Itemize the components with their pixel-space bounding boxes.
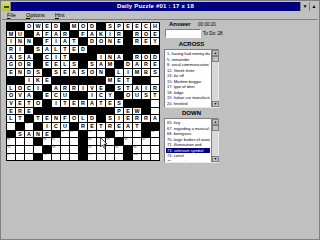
- clue-item[interactable]: 20. finished: [166, 101, 210, 107]
- grid-cell[interactable]: T: [25, 100, 33, 107]
- grid-cell[interactable]: [151, 77, 159, 84]
- grid-cell[interactable]: 87: [52, 138, 60, 145]
- grid-cell[interactable]: E: [43, 131, 51, 138]
- clue-number: 81: [70, 131, 73, 134]
- grid-cell[interactable]: S: [106, 23, 114, 30]
- grid-cell[interactable]: [25, 154, 33, 161]
- black-cell: [142, 100, 150, 107]
- grid-cell[interactable]: E: [97, 85, 105, 92]
- clue-number: 92: [7, 146, 10, 149]
- black-cell: [34, 61, 42, 68]
- grid-cell[interactable]: T: [61, 100, 69, 107]
- grid-cell[interactable]: F: [43, 38, 51, 45]
- grid-cell[interactable]: P: [115, 23, 123, 30]
- grid-cell[interactable]: R: [133, 115, 141, 122]
- grid-cell[interactable]: [25, 146, 33, 153]
- black-cell: [106, 69, 114, 76]
- black-cell: [52, 131, 60, 138]
- grid-cell[interactable]: R: [133, 38, 141, 45]
- grid-cell[interactable]: E: [124, 115, 132, 122]
- grid-cell[interactable]: A: [43, 46, 51, 53]
- grid-cell[interactable]: D: [25, 69, 33, 76]
- grid-cell[interactable]: A: [88, 100, 96, 107]
- black-cell: [142, 131, 150, 138]
- grid-cell[interactable]: 96: [133, 146, 141, 153]
- grid-cell[interactable]: I: [52, 54, 60, 61]
- grid-cell[interactable]: I: [124, 69, 132, 76]
- grid-cell[interactable]: R: [115, 31, 123, 38]
- grid-cell[interactable]: T: [97, 100, 105, 107]
- grid-cell[interactable]: I: [142, 85, 150, 92]
- grid-cell[interactable]: [151, 146, 159, 153]
- grid-cell[interactable]: [151, 154, 159, 161]
- grid-cell[interactable]: T: [151, 92, 159, 99]
- grid-cell[interactable]: R: [142, 115, 150, 122]
- grid-cell[interactable]: I: [88, 92, 96, 99]
- grid-cell[interactable]: R: [106, 123, 114, 130]
- grid-cell[interactable]: K: [34, 77, 42, 84]
- grid-cell[interactable]: 83: [115, 131, 123, 138]
- grid-cell[interactable]: N: [16, 38, 24, 45]
- grid-cell[interactable]: A: [34, 31, 42, 38]
- grid-cell[interactable]: D: [88, 115, 96, 122]
- clue-number: 96: [133, 146, 136, 149]
- grid-cell[interactable]: A: [151, 115, 159, 122]
- grid-cell[interactable]: E: [151, 31, 159, 38]
- grid-cell[interactable]: [61, 146, 69, 153]
- menu-bar: File Options Hint: [2, 11, 220, 20]
- grid-cell[interactable]: S: [34, 46, 42, 53]
- grid-cell[interactable]: A: [7, 54, 15, 61]
- grid-cell[interactable]: R: [79, 123, 87, 130]
- grid-cell[interactable]: [106, 154, 114, 161]
- grid-cell[interactable]: R: [133, 31, 141, 38]
- grid-cell[interactable]: [133, 138, 141, 145]
- grid-cell[interactable]: T: [70, 38, 78, 45]
- grid-cell[interactable]: 90: [124, 138, 132, 145]
- clue-item[interactable]: 19. Italian car manufacturer: [166, 95, 210, 101]
- grid-cell[interactable]: S: [106, 115, 114, 122]
- system-menu-button[interactable]: [2, 2, 11, 11]
- clue-number: 98: [43, 154, 46, 157]
- grid-cell[interactable]: C: [25, 85, 33, 92]
- black-cell: [61, 23, 69, 30]
- grid-cell[interactable]: A: [133, 85, 141, 92]
- grid-cell[interactable]: M: [106, 77, 114, 84]
- grid-cell[interactable]: U: [16, 31, 24, 38]
- grid-cell[interactable]: 94: [88, 146, 96, 153]
- black-cell: [16, 123, 24, 130]
- grid-cell[interactable]: [52, 154, 60, 161]
- grid-cell[interactable]: [16, 146, 24, 153]
- clue-number: 82: [88, 131, 91, 134]
- grid-cell[interactable]: A: [25, 54, 33, 61]
- grid-cell[interactable]: W: [133, 108, 141, 115]
- scroll-thumb[interactable]: [212, 56, 219, 62]
- black-cell: [34, 123, 42, 130]
- grid-cell[interactable]: H: [151, 23, 159, 30]
- black-cell: [115, 92, 123, 99]
- system-menu-icon: [4, 6, 9, 8]
- grid-cell[interactable]: T: [124, 85, 132, 92]
- clue-number: 99: [88, 154, 91, 157]
- grid-cell[interactable]: T: [16, 115, 24, 122]
- grid-cell[interactable]: O: [70, 115, 78, 122]
- grid-cell[interactable]: [70, 154, 78, 161]
- grid-cell[interactable]: L: [79, 115, 87, 122]
- grid-cell[interactable]: [70, 146, 78, 153]
- grid-cell[interactable]: [70, 138, 78, 145]
- grid-cell[interactable]: T: [61, 46, 69, 53]
- black-cell: [43, 69, 51, 76]
- grid-cell[interactable]: I: [7, 38, 15, 45]
- black-cell: [106, 108, 114, 115]
- grid-cell[interactable]: S: [115, 85, 123, 92]
- black-cell: [16, 23, 24, 30]
- down-header: DOWN: [164, 110, 219, 116]
- grid-cell[interactable]: E: [115, 123, 123, 130]
- grid-cell[interactable]: C: [97, 92, 105, 99]
- grid-cell[interactable]: U: [61, 123, 69, 130]
- grid-cell[interactable]: 75: [25, 123, 33, 130]
- down-scrollbar[interactable]: ▲ ▼: [211, 119, 218, 162]
- black-cell: [79, 138, 87, 145]
- clue-number: 91: [142, 138, 145, 141]
- grid-cell[interactable]: B: [25, 61, 33, 68]
- black-cell: [124, 146, 132, 153]
- grid-cell[interactable]: K: [97, 31, 105, 38]
- grid-cell[interactable]: E: [106, 100, 114, 107]
- grid-cell[interactable]: 93: [52, 146, 60, 153]
- grid-cell[interactable]: S: [16, 131, 24, 138]
- grid-cell[interactable]: B: [142, 69, 150, 76]
- grid-cell[interactable]: [61, 138, 69, 145]
- grid-cell[interactable]: L: [7, 115, 15, 122]
- grid-cell[interactable]: 84: [151, 131, 159, 138]
- clue-number: 87: [52, 138, 55, 141]
- grid-cell[interactable]: D: [151, 54, 159, 61]
- clue-number: 83: [115, 131, 118, 134]
- black-cell: [79, 38, 87, 45]
- scroll-thumb[interactable]: [212, 125, 219, 131]
- grid-cell[interactable]: E: [16, 100, 24, 107]
- grid-cell[interactable]: O: [34, 100, 42, 107]
- menu-file[interactable]: File: [2, 11, 21, 19]
- menu-hint[interactable]: Hint: [50, 11, 70, 19]
- grid-cell[interactable]: T: [61, 54, 69, 61]
- grid-cell[interactable]: N: [106, 54, 114, 61]
- grid-cell[interactable]: V: [7, 100, 15, 107]
- grid-cell[interactable]: 97: [7, 154, 15, 161]
- grid-cell[interactable]: S: [115, 100, 123, 107]
- grid-cell[interactable]: O: [142, 31, 150, 38]
- grid-cell[interactable]: A: [124, 123, 132, 130]
- black-cell: [34, 92, 42, 99]
- grid-cell[interactable]: O: [88, 69, 96, 76]
- grid-cell[interactable]: [124, 131, 132, 138]
- grid-cell[interactable]: I: [34, 85, 42, 92]
- grid-cell[interactable]: C: [52, 123, 60, 130]
- grid-cell[interactable]: S: [70, 61, 78, 68]
- grid-cell[interactable]: E: [43, 115, 51, 122]
- grid-cell[interactable]: A: [115, 54, 123, 61]
- crossword-grid[interactable]: OWEDMODSPEECHMUAFARFAKIRROEINNFIATDONERE…: [6, 22, 160, 161]
- grid-cell[interactable]: I: [79, 85, 87, 92]
- grid-cell[interactable]: V: [16, 92, 24, 99]
- grid-cell[interactable]: L: [61, 61, 69, 68]
- grid-cell[interactable]: O: [97, 38, 105, 45]
- black-cell: [25, 31, 33, 38]
- grid-cell[interactable]: [7, 123, 15, 130]
- grid-cell[interactable]: M: [106, 61, 114, 68]
- grid-cell[interactable]: 98: [43, 154, 51, 161]
- clue-number: 80: [61, 131, 64, 134]
- scroll-down-icon[interactable]: ▼: [212, 156, 219, 162]
- grid-cell[interactable]: 88: [88, 138, 96, 145]
- grid-cell[interactable]: E: [70, 46, 78, 53]
- grid-cell[interactable]: N: [16, 69, 24, 76]
- grid-cell[interactable]: 86: [43, 138, 51, 145]
- grid-cell[interactable]: I: [115, 115, 123, 122]
- grid-cell[interactable]: E: [115, 38, 123, 45]
- black-cell: [97, 77, 105, 84]
- grid-cell[interactable]: O: [7, 92, 15, 99]
- grid-cell[interactable]: O: [16, 85, 24, 92]
- grid-cell[interactable]: 95: [115, 146, 123, 153]
- grid-cell[interactable]: D: [79, 46, 87, 53]
- grid-cell[interactable]: [25, 138, 33, 145]
- grid-cell[interactable]: O: [16, 61, 24, 68]
- grid-cell[interactable]: S: [79, 69, 87, 76]
- grid-cell[interactable]: E: [25, 108, 33, 115]
- grid-cell[interactable]: I: [52, 38, 60, 45]
- black-cell: [43, 108, 51, 115]
- clue-item[interactable]: 8. vocal communication: [166, 62, 210, 68]
- grid-cell[interactable]: D: [52, 23, 60, 30]
- scroll-down-icon[interactable]: ▼: [212, 101, 219, 107]
- grid-cell[interactable]: S: [151, 69, 159, 76]
- grid-cell[interactable]: M: [7, 31, 15, 38]
- grid-cell[interactable]: A: [52, 31, 60, 38]
- grid-cell[interactable]: L: [52, 46, 60, 53]
- black-cell: [25, 115, 33, 122]
- grid-cell[interactable]: 80: [61, 131, 69, 138]
- black-cell: [79, 54, 87, 61]
- grid-cell[interactable]: [142, 146, 150, 153]
- menu-options[interactable]: Options: [21, 11, 50, 19]
- grid-cell[interactable]: D: [124, 61, 132, 68]
- down-clue-list[interactable]: 65. fury67. regarding a musical pitch68.…: [164, 118, 219, 163]
- grid-cell[interactable]: E: [151, 61, 159, 68]
- grid-cell[interactable]: R: [70, 85, 78, 92]
- grid-cell[interactable]: E: [70, 100, 78, 107]
- grid-cell[interactable]: M: [70, 23, 78, 30]
- grid-cell[interactable]: F: [43, 31, 51, 38]
- grid-cell[interactable]: S: [142, 92, 150, 99]
- timer: 00:00:20: [198, 22, 216, 27]
- grid-cell[interactable]: E: [43, 61, 51, 68]
- grid-cell[interactable]: S: [16, 54, 24, 61]
- across-clue-list[interactable]: 1. having had money due5. remainder8. vo…: [164, 49, 219, 108]
- grid-cell[interactable]: T: [97, 123, 105, 130]
- grid-cell[interactable]: U: [133, 92, 141, 99]
- grid-cell[interactable]: A: [133, 61, 141, 68]
- clue-number: 75: [25, 123, 28, 126]
- grid-cell[interactable]: M: [133, 69, 141, 76]
- grid-cell[interactable]: S: [52, 69, 60, 76]
- grid-cell[interactable]: F: [61, 115, 69, 122]
- grid-cell[interactable]: D: [88, 38, 96, 45]
- grid-cell[interactable]: 82: [88, 131, 96, 138]
- black-cell: [79, 146, 87, 153]
- grid-cell[interactable]: Y: [106, 92, 114, 99]
- grid-cell[interactable]: E: [43, 23, 51, 30]
- grid-cell[interactable]: R: [133, 54, 141, 61]
- grid-cell[interactable]: E: [88, 123, 96, 130]
- grid-cell[interactable]: I: [43, 123, 51, 130]
- grid-cell[interactable]: L: [115, 69, 123, 76]
- black-cell: [34, 54, 42, 61]
- grid-cell[interactable]: P: [115, 108, 123, 115]
- grid-cell[interactable]: G: [7, 61, 15, 68]
- grid-cell[interactable]: I: [106, 31, 114, 38]
- grid-cell[interactable]: L: [7, 85, 15, 92]
- grid-cell[interactable]: T: [133, 123, 141, 130]
- grid-cell[interactable]: [151, 100, 159, 107]
- grid-cell[interactable]: 85: [7, 138, 15, 145]
- across-scrollbar[interactable]: ▲ ▼: [211, 50, 218, 107]
- grid-cell[interactable]: A: [70, 69, 78, 76]
- grid-cell[interactable]: A: [25, 131, 33, 138]
- grid-cell[interactable]: E: [124, 108, 132, 115]
- answer-input[interactable]: [165, 29, 201, 38]
- grid-cell[interactable]: [16, 154, 24, 161]
- grid-cell[interactable]: [133, 131, 141, 138]
- grid-cell[interactable]: 91: [142, 138, 150, 145]
- grid-cell[interactable]: E: [7, 108, 15, 115]
- black-cell: [79, 154, 87, 161]
- black-cell: [70, 108, 78, 115]
- black-cell: [61, 77, 69, 84]
- black-cell: [133, 46, 141, 53]
- grid-cell[interactable]: E: [133, 23, 141, 30]
- grid-cell[interactable]: R: [16, 108, 24, 115]
- grid-cell[interactable]: I: [97, 54, 105, 61]
- grid-cell[interactable]: [151, 138, 159, 145]
- grid-cell[interactable]: F: [79, 31, 87, 38]
- grid-cell[interactable]: E: [43, 92, 51, 99]
- grid-cell[interactable]: I: [25, 77, 33, 84]
- black-cell: [79, 77, 87, 84]
- grid-cell[interactable]: R: [79, 100, 87, 107]
- grid-cell[interactable]: A: [88, 31, 96, 38]
- grid-cell[interactable]: [142, 154, 150, 161]
- grid-cell[interactable]: C: [43, 54, 51, 61]
- clue-number: 93: [52, 146, 55, 149]
- grid-cell[interactable]: [115, 154, 123, 161]
- grid-cell[interactable]: T: [124, 77, 132, 84]
- grid-cell[interactable]: N: [25, 38, 33, 45]
- grid-cell[interactable]: E: [43, 77, 51, 84]
- grid-cell[interactable]: O: [79, 23, 87, 30]
- grid-cell[interactable]: [61, 154, 69, 161]
- grid-cell[interactable]: E: [142, 38, 150, 45]
- grid-cell[interactable]: D: [88, 23, 96, 30]
- grid-cell[interactable]: [97, 154, 105, 161]
- black-cell: [7, 23, 15, 30]
- grid-cell[interactable]: A: [25, 92, 33, 99]
- clue-number: 86: [43, 138, 46, 141]
- grid-cell[interactable]: I: [16, 46, 24, 53]
- grid-cell[interactable]: R: [142, 61, 150, 68]
- grid-cell[interactable]: U: [61, 92, 69, 99]
- grid-cell[interactable]: A: [97, 61, 105, 68]
- grid-cell[interactable]: N: [52, 115, 60, 122]
- black-cell: [70, 54, 78, 61]
- grid-cell[interactable]: O: [142, 54, 150, 61]
- grid-cell[interactable]: I: [52, 100, 60, 107]
- grid-cell[interactable]: 92: [7, 146, 15, 153]
- grid-cell[interactable]: 100: [133, 154, 141, 161]
- window-title: Daily Puzzle #01 : 17 x 18: [11, 2, 220, 11]
- grid-cell[interactable]: N: [34, 131, 42, 138]
- grid-cell[interactable]: E: [115, 77, 123, 84]
- black-cell: [124, 154, 132, 161]
- clue-item[interactable]: 1. having had money due: [166, 51, 210, 57]
- grid-cell[interactable]: C: [52, 92, 60, 99]
- grid-cell[interactable]: R: [61, 31, 69, 38]
- grid-cell[interactable]: R: [61, 85, 69, 92]
- grid-cell[interactable]: [151, 108, 159, 115]
- grid-cell[interactable]: O: [25, 23, 33, 30]
- grid-cell[interactable]: T: [34, 115, 42, 122]
- black-cell: [124, 46, 132, 53]
- grid-cell[interactable]: Y: [151, 38, 159, 45]
- grid-cell[interactable]: N: [97, 69, 105, 76]
- black-cell: [97, 46, 105, 53]
- grid-cell[interactable]: E: [124, 23, 132, 30]
- grid-cell[interactable]: S: [34, 69, 42, 76]
- grid-cell[interactable]: E: [61, 69, 69, 76]
- grid-cell[interactable]: R: [7, 46, 15, 53]
- black-cell: [70, 31, 78, 38]
- title-bar: Daily Puzzle #01 : 17 x 18 ▼ ▲: [2, 2, 220, 11]
- grid-cell[interactable]: [34, 146, 42, 153]
- grid-cell[interactable]: W: [34, 23, 42, 30]
- grid-cell[interactable]: O: [124, 92, 132, 99]
- grid-cell[interactable]: A: [61, 38, 69, 45]
- clue-item[interactable]: 75. mountain: [166, 159, 210, 162]
- grid-cell[interactable]: 81: [70, 131, 78, 138]
- grid-cell[interactable]: S: [88, 61, 96, 68]
- grid-cell[interactable]: R: [151, 85, 159, 92]
- grid-cell[interactable]: E: [52, 61, 60, 68]
- grid-cell[interactable]: E: [7, 69, 15, 76]
- black-cell: [43, 85, 51, 92]
- black-cell: [124, 54, 132, 61]
- black-cell: [115, 138, 123, 145]
- mouse-cursor-icon: [100, 137, 108, 149]
- grid-cell[interactable]: C: [142, 23, 150, 30]
- grid-cell[interactable]: N: [106, 38, 114, 45]
- black-cell: [7, 77, 15, 84]
- black-cell: [124, 38, 132, 45]
- grid-cell[interactable]: V: [88, 85, 96, 92]
- grid-cell[interactable]: 99: [88, 154, 96, 161]
- black-cell: [79, 61, 87, 68]
- grid-cell[interactable]: [16, 138, 24, 145]
- grid-cell[interactable]: A: [52, 85, 60, 92]
